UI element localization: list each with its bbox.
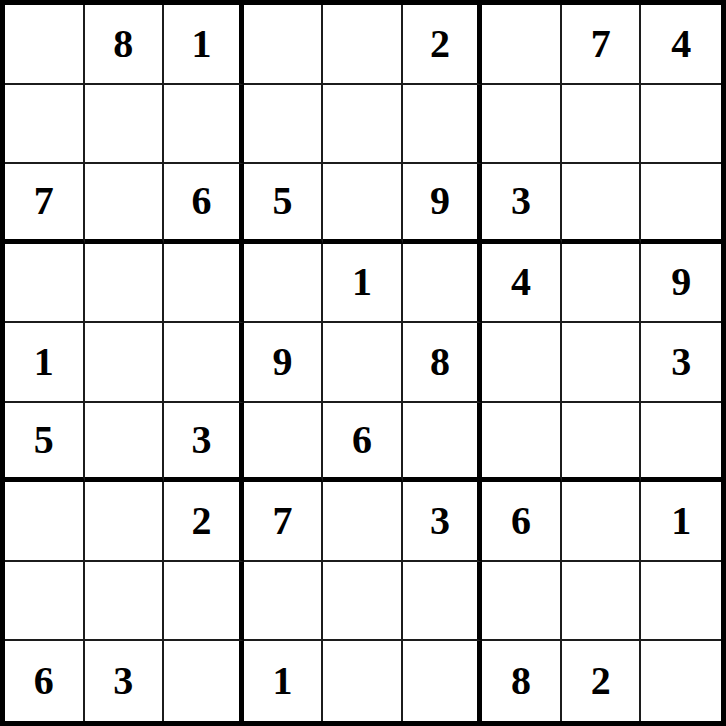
sudoku-cell-empty[interactable] <box>5 482 85 562</box>
sudoku-cell-empty[interactable] <box>244 5 324 85</box>
sudoku-cell-empty[interactable] <box>85 323 165 403</box>
sudoku-cell-given: 7 <box>5 164 85 244</box>
sudoku-cell-empty[interactable] <box>5 85 85 165</box>
sudoku-cell-empty[interactable] <box>85 482 165 562</box>
sudoku-cell-empty[interactable] <box>482 403 562 483</box>
sudoku-cell-given: 4 <box>641 5 721 85</box>
sudoku-cell-given: 2 <box>562 641 642 721</box>
sudoku-cell-empty[interactable] <box>403 244 483 324</box>
sudoku-cell-given: 6 <box>323 403 403 483</box>
sudoku-cell-empty[interactable] <box>323 164 403 244</box>
sudoku-cell-empty[interactable] <box>164 562 244 642</box>
sudoku-cell-given: 3 <box>641 323 721 403</box>
sudoku-cell-empty[interactable] <box>323 5 403 85</box>
sudoku-cell-empty[interactable] <box>85 403 165 483</box>
sudoku-cell-given: 6 <box>482 482 562 562</box>
sudoku-cell-empty[interactable] <box>5 244 85 324</box>
sudoku-cell-empty[interactable] <box>403 403 483 483</box>
sudoku-cell-empty[interactable] <box>5 562 85 642</box>
sudoku-cell-empty[interactable] <box>85 244 165 324</box>
sudoku-cell-given: 9 <box>244 323 324 403</box>
sudoku-cell-empty[interactable] <box>562 562 642 642</box>
sudoku-cell-empty[interactable] <box>641 641 721 721</box>
sudoku-cell-given: 1 <box>244 641 324 721</box>
sudoku-cell-given: 1 <box>5 323 85 403</box>
sudoku-cell-given: 1 <box>641 482 721 562</box>
sudoku-cell-given: 3 <box>164 403 244 483</box>
sudoku-cell-empty[interactable] <box>562 85 642 165</box>
sudoku-cell-empty[interactable] <box>85 85 165 165</box>
sudoku-cell-empty[interactable] <box>403 562 483 642</box>
sudoku-cell-empty[interactable] <box>244 562 324 642</box>
sudoku-cell-given: 5 <box>244 164 324 244</box>
sudoku-cell-given: 8 <box>482 641 562 721</box>
sudoku-cell-empty[interactable] <box>482 562 562 642</box>
sudoku-cell-empty[interactable] <box>562 482 642 562</box>
sudoku-cell-given: 7 <box>562 5 642 85</box>
sudoku-cell-empty[interactable] <box>244 85 324 165</box>
sudoku-cell-empty[interactable] <box>562 164 642 244</box>
sudoku-cell-empty[interactable] <box>85 562 165 642</box>
sudoku-cell-empty[interactable] <box>85 164 165 244</box>
sudoku-cell-empty[interactable] <box>164 244 244 324</box>
sudoku-cell-empty[interactable] <box>403 641 483 721</box>
sudoku-cell-given: 1 <box>323 244 403 324</box>
sudoku-cell-given: 3 <box>403 482 483 562</box>
sudoku-cell-empty[interactable] <box>403 85 483 165</box>
sudoku-cell-empty[interactable] <box>164 323 244 403</box>
sudoku-cell-empty[interactable] <box>323 562 403 642</box>
sudoku-cell-empty[interactable] <box>323 641 403 721</box>
sudoku-cell-given: 6 <box>5 641 85 721</box>
sudoku-cell-empty[interactable] <box>323 85 403 165</box>
sudoku-cell-empty[interactable] <box>244 244 324 324</box>
sudoku-cell-empty[interactable] <box>562 244 642 324</box>
sudoku-cell-empty[interactable] <box>5 5 85 85</box>
sudoku-cell-empty[interactable] <box>562 323 642 403</box>
sudoku-cell-empty[interactable] <box>323 482 403 562</box>
sudoku-cell-empty[interactable] <box>164 85 244 165</box>
sudoku-cell-given: 6 <box>164 164 244 244</box>
sudoku-cell-given: 2 <box>164 482 244 562</box>
sudoku-cell-empty[interactable] <box>164 641 244 721</box>
sudoku-cell-empty[interactable] <box>323 323 403 403</box>
sudoku-cell-given: 3 <box>482 164 562 244</box>
sudoku-cell-given: 9 <box>641 244 721 324</box>
sudoku-cell-given: 2 <box>403 5 483 85</box>
sudoku-cell-empty[interactable] <box>641 164 721 244</box>
sudoku-cell-given: 1 <box>164 5 244 85</box>
sudoku-cell-given: 3 <box>85 641 165 721</box>
sudoku-cell-empty[interactable] <box>482 85 562 165</box>
sudoku-cell-given: 8 <box>403 323 483 403</box>
sudoku-cell-given: 4 <box>482 244 562 324</box>
sudoku-page: 812747659314919835362736163182 <box>0 0 726 726</box>
sudoku-cell-empty[interactable] <box>562 403 642 483</box>
sudoku-cell-empty[interactable] <box>482 5 562 85</box>
sudoku-board: 812747659314919835362736163182 <box>0 0 726 726</box>
sudoku-cell-empty[interactable] <box>641 562 721 642</box>
sudoku-cell-given: 5 <box>5 403 85 483</box>
sudoku-cell-given: 8 <box>85 5 165 85</box>
sudoku-cell-given: 9 <box>403 164 483 244</box>
sudoku-cell-empty[interactable] <box>641 85 721 165</box>
sudoku-cell-empty[interactable] <box>641 403 721 483</box>
sudoku-cell-given: 7 <box>244 482 324 562</box>
sudoku-cell-empty[interactable] <box>244 403 324 483</box>
sudoku-cell-empty[interactable] <box>482 323 562 403</box>
